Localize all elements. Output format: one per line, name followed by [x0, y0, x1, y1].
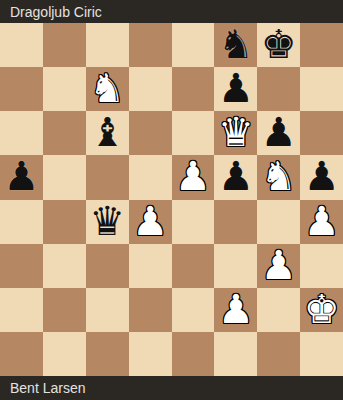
chess-board: ♞♚♞♟♝♛♟♟♟♟♞♟♛♟♟♟♟♚: [0, 23, 343, 376]
piece-black-queen[interactable]: ♛: [89, 201, 125, 241]
square-d3[interactable]: [129, 244, 172, 288]
square-f5[interactable]: ♟: [214, 155, 257, 199]
square-a5[interactable]: ♟: [0, 155, 43, 199]
piece-white-pawn[interactable]: ♟: [132, 201, 168, 241]
square-h4[interactable]: ♟: [300, 200, 343, 244]
square-a7[interactable]: [0, 67, 43, 111]
square-d8[interactable]: [129, 23, 172, 67]
square-f4[interactable]: [214, 200, 257, 244]
square-d7[interactable]: [129, 67, 172, 111]
square-h1[interactable]: [300, 332, 343, 376]
square-f6[interactable]: ♛: [214, 111, 257, 155]
square-e7[interactable]: [172, 67, 215, 111]
square-a2[interactable]: [0, 288, 43, 332]
chess-app: Dragoljub Ciric ♞♚♞♟♝♛♟♟♟♟♞♟♛♟♟♟♟♚ Bent …: [0, 0, 343, 400]
piece-black-knight[interactable]: ♞: [218, 24, 254, 64]
square-h2[interactable]: ♚: [300, 288, 343, 332]
square-f1[interactable]: [214, 332, 257, 376]
square-a1[interactable]: [0, 332, 43, 376]
square-d2[interactable]: [129, 288, 172, 332]
square-d6[interactable]: [129, 111, 172, 155]
piece-black-pawn[interactable]: ♟: [4, 156, 40, 196]
square-h8[interactable]: [300, 23, 343, 67]
square-e3[interactable]: [172, 244, 215, 288]
square-g8[interactable]: ♚: [257, 23, 300, 67]
square-g4[interactable]: [257, 200, 300, 244]
square-d5[interactable]: [129, 155, 172, 199]
square-b5[interactable]: [43, 155, 86, 199]
square-b1[interactable]: [43, 332, 86, 376]
square-c7[interactable]: ♞: [86, 67, 129, 111]
piece-white-knight[interactable]: ♞: [89, 68, 125, 108]
square-c6[interactable]: ♝: [86, 111, 129, 155]
square-f3[interactable]: [214, 244, 257, 288]
square-c8[interactable]: [86, 23, 129, 67]
piece-white-queen[interactable]: ♛: [218, 112, 254, 152]
square-h7[interactable]: [300, 67, 343, 111]
square-h6[interactable]: [300, 111, 343, 155]
square-b7[interactable]: [43, 67, 86, 111]
square-d1[interactable]: [129, 332, 172, 376]
player-name-bottom: Bent Larsen: [10, 381, 86, 395]
piece-black-pawn[interactable]: ♟: [218, 68, 254, 108]
square-c5[interactable]: [86, 155, 129, 199]
square-g3[interactable]: ♟: [257, 244, 300, 288]
piece-black-bishop[interactable]: ♝: [89, 112, 125, 152]
piece-white-pawn[interactable]: ♟: [304, 201, 340, 241]
square-a4[interactable]: [0, 200, 43, 244]
piece-white-pawn[interactable]: ♟: [218, 289, 254, 329]
square-b3[interactable]: [43, 244, 86, 288]
square-b8[interactable]: [43, 23, 86, 67]
player-bar-bottom: Bent Larsen: [0, 376, 343, 400]
square-g7[interactable]: [257, 67, 300, 111]
square-e5[interactable]: ♟: [172, 155, 215, 199]
square-b2[interactable]: [43, 288, 86, 332]
square-e6[interactable]: [172, 111, 215, 155]
square-c3[interactable]: [86, 244, 129, 288]
square-a8[interactable]: [0, 23, 43, 67]
piece-white-pawn[interactable]: ♟: [175, 156, 211, 196]
square-c1[interactable]: [86, 332, 129, 376]
square-g2[interactable]: [257, 288, 300, 332]
piece-white-king[interactable]: ♚: [304, 289, 340, 329]
square-b4[interactable]: [43, 200, 86, 244]
square-c2[interactable]: [86, 288, 129, 332]
piece-black-pawn[interactable]: ♟: [261, 112, 297, 152]
piece-black-pawn[interactable]: ♟: [304, 156, 340, 196]
piece-white-knight[interactable]: ♞: [261, 156, 297, 196]
square-f2[interactable]: ♟: [214, 288, 257, 332]
square-g5[interactable]: ♞: [257, 155, 300, 199]
square-g6[interactable]: ♟: [257, 111, 300, 155]
player-name-top: Dragoljub Ciric: [10, 5, 102, 19]
square-c4[interactable]: ♛: [86, 200, 129, 244]
square-a3[interactable]: [0, 244, 43, 288]
square-e8[interactable]: [172, 23, 215, 67]
square-h5[interactable]: ♟: [300, 155, 343, 199]
square-f8[interactable]: ♞: [214, 23, 257, 67]
square-a6[interactable]: [0, 111, 43, 155]
piece-black-pawn[interactable]: ♟: [218, 156, 254, 196]
square-g1[interactable]: [257, 332, 300, 376]
square-e1[interactable]: [172, 332, 215, 376]
square-b6[interactable]: [43, 111, 86, 155]
piece-black-king[interactable]: ♚: [261, 24, 297, 64]
square-e4[interactable]: [172, 200, 215, 244]
square-d4[interactable]: ♟: [129, 200, 172, 244]
square-h3[interactable]: [300, 244, 343, 288]
player-bar-top: Dragoljub Ciric: [0, 0, 343, 23]
square-e2[interactable]: [172, 288, 215, 332]
piece-white-pawn[interactable]: ♟: [261, 245, 297, 285]
square-f7[interactable]: ♟: [214, 67, 257, 111]
